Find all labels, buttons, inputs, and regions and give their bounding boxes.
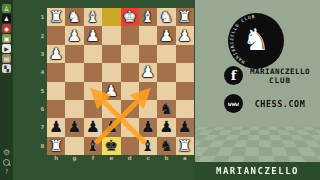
square-a7[interactable]: ♟ <box>176 118 194 136</box>
square-f8[interactable]: ♝ <box>84 137 102 155</box>
square-a1[interactable]: ♜ <box>176 8 194 26</box>
square-h1[interactable]: ♜ <box>47 8 65 26</box>
file-label-e: e <box>102 155 120 164</box>
square-e6[interactable] <box>102 100 120 118</box>
facebook-icon[interactable]: f <box>224 66 243 85</box>
square-f5[interactable] <box>84 82 102 100</box>
square-e2[interactable] <box>102 26 120 44</box>
piece-black-bishop[interactable]: ♝ <box>141 137 155 155</box>
square-f4[interactable] <box>84 63 102 81</box>
piece-white-pawn[interactable]: ♟ <box>68 27 82 45</box>
square-d2[interactable] <box>121 26 139 44</box>
square-h8[interactable]: ♜ <box>47 137 65 155</box>
square-g7[interactable]: ♟ <box>65 118 83 136</box>
piece-white-pawn[interactable]: ♟ <box>159 27 173 45</box>
file-label-f: f <box>84 155 102 164</box>
square-g5[interactable] <box>65 82 83 100</box>
square-d1[interactable]: ♚ <box>121 8 139 26</box>
square-g6[interactable] <box>65 100 83 118</box>
search-icon[interactable] <box>2 158 11 167</box>
svg-text:MARIANCZELLO CLUB: MARIANCZELLO CLUB <box>229 14 256 65</box>
help-icon[interactable]: ? <box>2 168 11 177</box>
piece-black-king[interactable]: ♚ <box>104 137 118 155</box>
square-c4[interactable]: ♟ <box>139 63 157 81</box>
social-icon[interactable]: ▚ <box>2 64 11 73</box>
square-d4[interactable] <box>121 63 139 81</box>
square-c1[interactable]: ♝ <box>139 8 157 26</box>
square-f7[interactable]: ♟ <box>84 118 102 136</box>
square-e5[interactable]: ♟ <box>102 82 120 100</box>
file-label-c: c <box>139 155 157 164</box>
file-label-b: b <box>157 155 175 164</box>
play-icon[interactable]: ♟ <box>2 14 11 23</box>
rank-label-8: 8 <box>39 137 46 155</box>
square-c6[interactable] <box>139 100 157 118</box>
piece-black-pawn[interactable]: ♟ <box>159 118 173 136</box>
square-a4[interactable] <box>176 63 194 81</box>
chess-video-frame: ♙♟◆▣▶▤▚ ⚙ ? 12345678 ♜♞♝♚♝♞♜♟♟♟♟♟♟♟♞♟♟♟♟… <box>0 0 320 180</box>
piece-white-pawn[interactable]: ♟ <box>141 63 155 81</box>
piece-white-bishop[interactable]: ♝ <box>141 8 155 26</box>
piece-white-pawn[interactable]: ♟ <box>86 27 100 45</box>
square-d7[interactable] <box>121 118 139 136</box>
news-icon[interactable]: ▤ <box>2 54 11 63</box>
chesscom-logo-icon[interactable]: ♙ <box>2 4 11 13</box>
square-g3[interactable] <box>65 45 83 63</box>
facebook-row: f MARIANCZELLO CLUB <box>195 66 320 88</box>
club-logo: ♞ MARIANCZELLO CLUB <box>228 13 284 69</box>
square-c2[interactable] <box>139 26 157 44</box>
square-h6[interactable] <box>47 100 65 118</box>
piece-white-rook[interactable]: ♜ <box>178 137 192 155</box>
piece-black-pawn[interactable]: ♟ <box>178 118 192 136</box>
nav-icons-top: ♙♟◆▣▶▤▚ <box>0 3 13 74</box>
square-a2[interactable]: ♟ <box>176 26 194 44</box>
settings-gear-icon[interactable]: ⚙ <box>2 148 11 157</box>
rank-labels: 12345678 <box>39 8 46 155</box>
rank-label-1: 1 <box>39 8 46 26</box>
square-a5[interactable] <box>176 82 194 100</box>
square-c7[interactable]: ♟ <box>139 118 157 136</box>
square-f6[interactable] <box>84 100 102 118</box>
move-highlight <box>102 8 120 26</box>
square-g2[interactable]: ♟ <box>65 26 83 44</box>
square-e4[interactable] <box>102 63 120 81</box>
piece-black-pawn[interactable]: ♟ <box>104 118 118 136</box>
piece-black-pawn[interactable]: ♟ <box>141 118 155 136</box>
nav-icons-bottom: ⚙ ? <box>0 147 13 178</box>
square-a8[interactable]: ♜ <box>176 137 194 155</box>
www-icon[interactable]: www <box>224 94 243 113</box>
piece-white-pawn[interactable]: ♟ <box>49 45 63 63</box>
piece-white-knight[interactable]: ♞ <box>68 8 82 26</box>
square-b7[interactable]: ♟ <box>157 118 175 136</box>
square-e7[interactable]: ♟ <box>102 118 120 136</box>
square-b1[interactable]: ♞ <box>157 8 175 26</box>
puzzles-icon[interactable]: ◆ <box>2 24 11 33</box>
piece-white-pawn[interactable]: ♟ <box>178 27 192 45</box>
square-e3[interactable] <box>102 45 120 63</box>
facebook-handle: MARIANCZELLO CLUB <box>247 67 313 85</box>
square-g1[interactable]: ♞ <box>65 8 83 26</box>
rank-label-5: 5 <box>39 82 46 100</box>
piece-black-pawn[interactable]: ♟ <box>49 118 63 136</box>
channel-name-bar: MARIANCZELLO <box>195 162 320 180</box>
logo-ring-text: MARIANCZELLO CLUB <box>228 13 284 69</box>
watch-icon[interactable]: ▶ <box>2 44 11 53</box>
square-b4[interactable] <box>157 63 175 81</box>
piece-white-knight[interactable]: ♞ <box>159 8 173 26</box>
channel-name: MARIANCZELLO <box>216 166 299 176</box>
square-h5[interactable] <box>47 82 65 100</box>
square-b8[interactable]: ♞ <box>157 137 175 155</box>
square-c3[interactable] <box>139 45 157 63</box>
rank-label-3: 3 <box>39 45 46 63</box>
chesscom-nav-rail: ♙♟◆▣▶▤▚ ⚙ ? <box>0 0 13 180</box>
learn-icon[interactable]: ▣ <box>2 34 11 43</box>
square-a3[interactable] <box>176 45 194 63</box>
square-c5[interactable] <box>139 82 157 100</box>
square-h4[interactable] <box>47 63 65 81</box>
piece-black-knight[interactable]: ♞ <box>159 137 173 155</box>
file-label-g: g <box>65 155 83 164</box>
piece-white-king[interactable]: ♚ <box>123 8 137 26</box>
square-g8[interactable] <box>65 137 83 155</box>
square-h7[interactable]: ♟ <box>47 118 65 136</box>
piece-white-bishop[interactable]: ♝ <box>86 8 100 26</box>
piece-white-rook[interactable]: ♜ <box>178 8 192 26</box>
rank-label-6: 6 <box>39 100 46 118</box>
square-b2[interactable]: ♟ <box>157 26 175 44</box>
piece-white-rook[interactable]: ♜ <box>49 8 63 26</box>
piece-white-pawn[interactable]: ♟ <box>104 82 118 100</box>
perspective-board-art <box>195 112 320 167</box>
website-label: CHESS.COM <box>247 99 313 109</box>
square-b3[interactable] <box>157 45 175 63</box>
square-b6[interactable]: ♞ <box>157 100 175 118</box>
file-label-d: d <box>121 155 139 164</box>
rank-label-7: 7 <box>39 118 46 136</box>
square-f1[interactable]: ♝ <box>84 8 102 26</box>
square-d8[interactable] <box>121 137 139 155</box>
facebook-handle-line1: MARIANCZELLO <box>247 67 313 76</box>
piece-black-pawn[interactable]: ♟ <box>86 118 100 136</box>
piece-white-rook[interactable]: ♜ <box>49 137 63 155</box>
facebook-handle-line2: CLUB <box>247 76 313 85</box>
square-f2[interactable]: ♟ <box>84 26 102 44</box>
chess-board[interactable]: ♜♞♝♚♝♞♜♟♟♟♟♟♟♟♞♟♟♟♟♟♟♟♜♝♚♝♞♜ <box>47 8 194 155</box>
square-g4[interactable] <box>65 63 83 81</box>
square-f3[interactable] <box>84 45 102 63</box>
square-c8[interactable]: ♝ <box>139 137 157 155</box>
square-d6[interactable] <box>121 100 139 118</box>
square-h2[interactable] <box>47 26 65 44</box>
square-d3[interactable] <box>121 45 139 63</box>
file-label-h: h <box>47 155 65 164</box>
rank-label-4: 4 <box>39 63 46 81</box>
website-row: www CHESS.COM <box>195 94 320 116</box>
piece-black-knight[interactable]: ♞ <box>159 100 173 118</box>
square-a6[interactable] <box>176 100 194 118</box>
square-e1[interactable] <box>102 8 120 26</box>
piece-black-bishop[interactable]: ♝ <box>86 137 100 155</box>
rank-label-2: 2 <box>39 26 46 44</box>
square-h3[interactable]: ♟ <box>47 45 65 63</box>
board-zone: 12345678 ♜♞♝♚♝♞♜♟♟♟♟♟♟♟♞♟♟♟♟♟♟♟♜♝♚♝♞♜ hg… <box>13 0 195 180</box>
square-d5[interactable] <box>121 82 139 100</box>
piece-black-pawn[interactable]: ♟ <box>68 118 82 136</box>
square-b5[interactable] <box>157 82 175 100</box>
square-e8[interactable]: ♚ <box>102 137 120 155</box>
branding-panel: ♞ MARIANCZELLO CLUB f MARIANCZELLO CLUB … <box>195 0 320 180</box>
file-labels: hgfedcba <box>47 155 194 164</box>
file-label-a: a <box>176 155 194 164</box>
